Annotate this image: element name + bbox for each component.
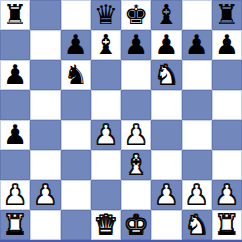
chess-board: ♜♛♚♝♜♟♝♟♟♟♟♟♞♞♟♟♟♝♟♟♟♟♟♜♛♚♞♜ [0,0,242,242]
square-a2[interactable]: ♟ [0,180,30,210]
square-h5[interactable] [212,90,242,120]
square-c6[interactable]: ♞ [61,60,91,90]
piece-white-rook[interactable]: ♜ [3,211,27,238]
square-h7[interactable]: ♟ [212,30,242,60]
square-f8[interactable]: ♝ [151,0,181,30]
piece-white-pawn[interactable]: ♟ [94,121,118,148]
piece-black-queen[interactable]: ♛ [94,1,118,28]
square-c4[interactable] [61,120,91,150]
square-b4[interactable] [30,120,60,150]
square-g4[interactable] [182,120,212,150]
square-h8[interactable]: ♜ [212,0,242,30]
piece-black-pawn[interactable]: ♟ [154,31,178,58]
piece-white-queen[interactable]: ♛ [94,211,118,238]
piece-white-rook[interactable]: ♜ [215,211,239,238]
piece-white-king[interactable]: ♚ [124,211,148,238]
square-a4[interactable]: ♟ [0,120,30,150]
square-a8[interactable]: ♜ [0,0,30,30]
square-d7[interactable]: ♝ [91,30,121,60]
piece-black-pawn[interactable]: ♟ [215,31,239,58]
square-d6[interactable] [91,60,121,90]
square-g1[interactable]: ♞ [182,210,212,240]
square-f5[interactable] [151,90,181,120]
square-g6[interactable] [182,60,212,90]
piece-black-bishop[interactable]: ♝ [154,1,178,28]
square-b2[interactable]: ♟ [30,180,60,210]
piece-white-pawn[interactable]: ♟ [124,121,148,148]
square-c7[interactable]: ♟ [61,30,91,60]
piece-black-knight[interactable]: ♞ [64,61,88,88]
square-a5[interactable] [0,90,30,120]
square-b1[interactable] [30,210,60,240]
square-h4[interactable] [212,120,242,150]
square-c3[interactable] [61,150,91,180]
square-c1[interactable] [61,210,91,240]
square-e7[interactable]: ♟ [121,30,151,60]
square-d3[interactable] [91,150,121,180]
piece-white-knight[interactable]: ♞ [154,61,178,88]
square-h3[interactable] [212,150,242,180]
square-f6[interactable]: ♞ [151,60,181,90]
square-b6[interactable] [30,60,60,90]
square-c2[interactable] [61,180,91,210]
square-f1[interactable] [151,210,181,240]
piece-black-king[interactable]: ♚ [124,1,148,28]
square-d1[interactable]: ♛ [91,210,121,240]
square-d4[interactable]: ♟ [91,120,121,150]
square-g7[interactable]: ♟ [182,30,212,60]
piece-black-rook[interactable]: ♜ [215,1,239,28]
square-a3[interactable] [0,150,30,180]
square-e8[interactable]: ♚ [121,0,151,30]
square-b7[interactable] [30,30,60,60]
square-g8[interactable] [182,0,212,30]
square-e5[interactable] [121,90,151,120]
piece-white-bishop[interactable]: ♝ [124,151,148,178]
piece-black-pawn[interactable]: ♟ [64,31,88,58]
piece-white-pawn[interactable]: ♟ [33,181,57,208]
square-f3[interactable] [151,150,181,180]
piece-white-pawn[interactable]: ♟ [154,181,178,208]
square-c8[interactable] [61,0,91,30]
square-a1[interactable]: ♜ [0,210,30,240]
square-e1[interactable]: ♚ [121,210,151,240]
square-f7[interactable]: ♟ [151,30,181,60]
square-e2[interactable] [121,180,151,210]
piece-black-pawn[interactable]: ♟ [3,121,27,148]
square-h1[interactable]: ♜ [212,210,242,240]
square-g2[interactable]: ♟ [182,180,212,210]
piece-white-pawn[interactable]: ♟ [3,181,27,208]
square-e3[interactable]: ♝ [121,150,151,180]
square-a6[interactable]: ♟ [0,60,30,90]
square-g3[interactable] [182,150,212,180]
square-e4[interactable]: ♟ [121,120,151,150]
square-f4[interactable] [151,120,181,150]
piece-black-pawn[interactable]: ♟ [124,31,148,58]
square-c5[interactable] [61,90,91,120]
square-b3[interactable] [30,150,60,180]
square-g5[interactable] [182,90,212,120]
square-d5[interactable] [91,90,121,120]
piece-white-pawn[interactable]: ♟ [185,181,209,208]
square-e6[interactable] [121,60,151,90]
square-a7[interactable] [0,30,30,60]
piece-black-rook[interactable]: ♜ [3,1,27,28]
square-h6[interactable] [212,60,242,90]
square-h2[interactable]: ♟ [212,180,242,210]
square-f2[interactable]: ♟ [151,180,181,210]
piece-black-pawn[interactable]: ♟ [185,31,209,58]
piece-black-pawn[interactable]: ♟ [3,61,27,88]
square-d8[interactable]: ♛ [91,0,121,30]
piece-white-knight[interactable]: ♞ [185,211,209,238]
square-b8[interactable] [30,0,60,30]
square-b5[interactable] [30,90,60,120]
piece-white-pawn[interactable]: ♟ [215,181,239,208]
piece-black-bishop[interactable]: ♝ [94,31,118,58]
square-d2[interactable] [91,180,121,210]
